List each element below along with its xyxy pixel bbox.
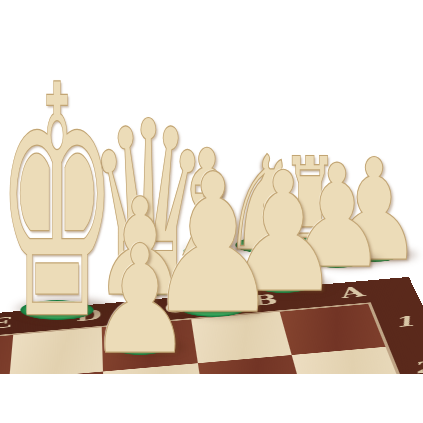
white-pawn-e3: ♟ (88, 225, 193, 374)
photo-scene: HGFEDCBA 12345678 ♚♛♝♞♜♟♟♟♟♟♟ (0, 0, 423, 374)
pieces-layer: ♚♛♝♞♜♟♟♟♟♟♟ (0, 0, 423, 374)
chess-set-photo: HGFEDCBA 12345678 ♚♛♝♞♜♟♟♟♟♟♟ (0, 0, 423, 423)
